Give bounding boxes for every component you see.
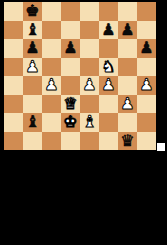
square-g3[interactable]: ♟ — [118, 95, 137, 114]
square-h3[interactable] — [137, 95, 156, 114]
square-b3[interactable] — [23, 95, 42, 114]
square-d4[interactable] — [61, 76, 80, 95]
square-e3[interactable] — [80, 95, 99, 114]
white-pawn-icon: ♟ — [120, 95, 134, 111]
square-d2[interactable]: ♚ — [61, 113, 80, 132]
square-c2[interactable] — [42, 113, 61, 132]
square-a3[interactable] — [4, 95, 23, 114]
square-e8[interactable] — [80, 2, 99, 21]
black-bishop-icon: ♝ — [25, 114, 39, 130]
square-h1[interactable] — [137, 132, 156, 151]
square-f8[interactable] — [99, 2, 118, 21]
square-h2[interactable] — [137, 113, 156, 132]
white-pawn-icon: ♟ — [25, 58, 39, 74]
square-e5[interactable] — [80, 58, 99, 77]
white-pawn-icon: ♟ — [44, 77, 58, 93]
square-d6[interactable]: ♟ — [61, 39, 80, 58]
white-knight-icon: ♞ — [101, 58, 115, 74]
square-d7[interactable] — [61, 21, 80, 40]
square-g5[interactable] — [118, 58, 137, 77]
square-b7[interactable]: ♝ — [23, 21, 42, 40]
black-pawn-icon: ♟ — [120, 21, 134, 37]
square-a4[interactable] — [4, 76, 23, 95]
black-queen-icon: ♛ — [120, 132, 134, 148]
square-f5[interactable]: ♞ — [99, 58, 118, 77]
square-h4[interactable]: ♟ — [137, 76, 156, 95]
square-e7[interactable] — [80, 21, 99, 40]
square-b8[interactable]: ♚ — [23, 2, 42, 21]
square-a8[interactable] — [4, 2, 23, 21]
square-c4[interactable]: ♟ — [42, 76, 61, 95]
square-e6[interactable] — [80, 39, 99, 58]
square-b1[interactable] — [23, 132, 42, 151]
square-g4[interactable] — [118, 76, 137, 95]
square-h8[interactable] — [137, 2, 156, 21]
square-f1[interactable] — [99, 132, 118, 151]
chess-app-window: { "game": "chess", "position": "1k6/1b3p… — [0, 0, 167, 245]
chess-diagram: ♚♝♟♟♟♟♟♟♞♟♟♟♟♛♟♝♚♝♛ — [0, 0, 167, 156]
square-c6[interactable] — [42, 39, 61, 58]
square-g7[interactable]: ♟ — [118, 21, 137, 40]
square-d1[interactable] — [61, 132, 80, 151]
white-bishop-icon: ♝ — [82, 114, 96, 130]
square-g6[interactable] — [118, 39, 137, 58]
square-g8[interactable] — [118, 2, 137, 21]
square-a7[interactable] — [4, 21, 23, 40]
square-d3[interactable]: ♛ — [61, 95, 80, 114]
white-pawn-icon: ♟ — [82, 77, 96, 93]
square-d8[interactable] — [61, 2, 80, 21]
square-b6[interactable]: ♟ — [23, 39, 42, 58]
square-f7[interactable]: ♟ — [99, 21, 118, 40]
square-g1[interactable]: ♛ — [118, 132, 137, 151]
square-b5[interactable]: ♟ — [23, 58, 42, 77]
white-pawn-icon: ♟ — [101, 77, 115, 93]
black-king-icon: ♚ — [25, 3, 39, 19]
square-c3[interactable] — [42, 95, 61, 114]
square-b2[interactable]: ♝ — [23, 113, 42, 132]
black-pawn-icon: ♟ — [25, 40, 39, 56]
square-f4[interactable]: ♟ — [99, 76, 118, 95]
square-f2[interactable] — [99, 113, 118, 132]
white-queen-icon: ♛ — [63, 95, 77, 111]
black-bishop-icon: ♝ — [25, 21, 39, 37]
square-e4[interactable]: ♟ — [80, 76, 99, 95]
square-h5[interactable] — [137, 58, 156, 77]
square-f6[interactable] — [99, 39, 118, 58]
square-d5[interactable] — [61, 58, 80, 77]
square-a1[interactable] — [4, 132, 23, 151]
square-a5[interactable] — [4, 58, 23, 77]
square-b4[interactable] — [23, 76, 42, 95]
white-to-move-indicator — [157, 143, 165, 151]
black-pawn-icon: ♟ — [139, 40, 153, 56]
square-f3[interactable] — [99, 95, 118, 114]
white-pawn-icon: ♟ — [139, 77, 153, 93]
square-a6[interactable] — [4, 39, 23, 58]
chess-board: ♚♝♟♟♟♟♟♟♞♟♟♟♟♛♟♝♚♝♛ — [4, 2, 156, 150]
black-pawn-icon: ♟ — [101, 21, 115, 37]
square-g2[interactable] — [118, 113, 137, 132]
square-c5[interactable] — [42, 58, 61, 77]
square-e2[interactable]: ♝ — [80, 113, 99, 132]
square-c7[interactable] — [42, 21, 61, 40]
square-c8[interactable] — [42, 2, 61, 21]
square-h7[interactable] — [137, 21, 156, 40]
square-h6[interactable]: ♟ — [137, 39, 156, 58]
white-king-icon: ♚ — [63, 114, 77, 130]
square-e1[interactable] — [80, 132, 99, 151]
square-a2[interactable] — [4, 113, 23, 132]
square-c1[interactable] — [42, 132, 61, 151]
black-pawn-icon: ♟ — [63, 40, 77, 56]
